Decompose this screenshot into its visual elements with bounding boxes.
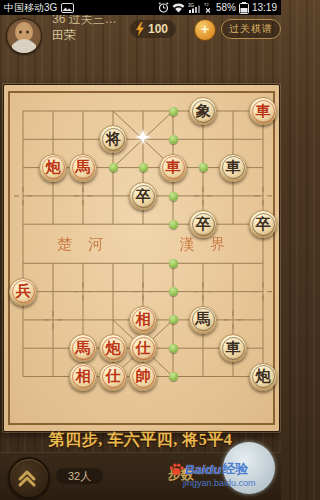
move-dot[interactable] <box>169 287 178 296</box>
move-dot[interactable] <box>169 220 178 229</box>
status-bar: 中国移动3G 3G T2 58% <box>0 0 281 15</box>
piece-red-相[interactable]: 相 <box>129 306 157 334</box>
piece-red-車[interactable]: 車 <box>249 97 277 125</box>
move-dot[interactable] <box>199 163 208 172</box>
move-dot[interactable] <box>169 107 178 116</box>
piece-black-炮[interactable]: 炮 <box>249 363 277 391</box>
piece-red-相[interactable]: 相 <box>69 363 97 391</box>
piece-red-仕[interactable]: 仕 <box>129 334 157 362</box>
move-dot[interactable] <box>169 344 178 353</box>
piece-black-車[interactable]: 車 <box>219 334 247 362</box>
paw-icon <box>169 462 184 476</box>
piece-red-仕[interactable]: 仕 <box>99 363 127 391</box>
piece-red-車[interactable]: 車 <box>159 154 187 182</box>
add-energy-button[interactable]: + <box>194 19 216 41</box>
piece-black-車[interactable]: 車 <box>219 154 247 182</box>
carrier-label: 中国移动3G <box>4 1 57 15</box>
last-move-sparkle <box>135 129 151 149</box>
energy-value: 100 <box>148 22 168 36</box>
watermark-brand: Baidu <box>185 462 221 477</box>
watermark-url: jingyan.baidu.com <box>183 478 256 488</box>
online-count-badge: 32人 <box>56 468 103 484</box>
xiangqi-board[interactable]: 楚 河漢 界 象車将炮馬車車卒卒卒兵相馬馬炮仕車相仕帥炮 <box>3 84 280 432</box>
svg-text:3G: 3G <box>188 3 195 8</box>
move-dot[interactable] <box>169 372 178 381</box>
piece-black-卒[interactable]: 卒 <box>189 210 217 238</box>
piece-red-帥[interactable]: 帥 <box>129 363 157 391</box>
piece-black-馬[interactable]: 馬 <box>189 306 217 334</box>
alarm-icon <box>158 2 169 13</box>
piece-black-象[interactable]: 象 <box>189 97 217 125</box>
piece-layer: 象車将炮馬車車卒卒卒兵相馬馬炮仕車相仕帥炮 <box>8 97 278 391</box>
piece-red-兵[interactable]: 兵 <box>9 278 37 306</box>
lightning-icon <box>135 22 145 36</box>
move-dot[interactable] <box>169 135 178 144</box>
move-dot[interactable] <box>169 259 178 268</box>
records-button[interactable]: 过关棋谱 <box>221 19 281 39</box>
sim2-off-icon: T2 <box>204 2 213 13</box>
collapse-button[interactable] <box>8 457 50 499</box>
battery-icon <box>239 2 249 14</box>
piece-red-馬[interactable]: 馬 <box>69 334 97 362</box>
avatar-portrait <box>7 19 41 53</box>
move-dot[interactable] <box>169 192 178 201</box>
piece-red-馬[interactable]: 馬 <box>69 154 97 182</box>
energy-badge: 100 <box>130 20 176 38</box>
signal-3g-icon: 3G <box>188 2 201 13</box>
piece-red-炮[interactable]: 炮 <box>99 334 127 362</box>
photo-icon <box>61 3 74 13</box>
move-dot[interactable] <box>169 315 178 324</box>
svg-text:T2: T2 <box>204 2 209 7</box>
move-dot[interactable] <box>139 163 148 172</box>
move-dot[interactable] <box>109 163 118 172</box>
double-chevron-up-icon <box>10 459 44 493</box>
battery-percent: 58% <box>216 2 236 13</box>
wifi-icon <box>172 3 185 13</box>
player-name: 田荣 <box>52 27 76 44</box>
avatar[interactable] <box>6 18 42 54</box>
piece-red-炮[interactable]: 炮 <box>39 154 67 182</box>
header: 36 过关三… 田荣 100 + 过关棋谱 <box>0 15 281 60</box>
watermark-suffix: 经验 <box>222 460 248 478</box>
piece-black-卒[interactable]: 卒 <box>249 210 277 238</box>
watermark: Baidu 经验 jingyan.baidu.com <box>169 452 279 498</box>
piece-black-将[interactable]: 将 <box>99 125 127 153</box>
clock-label: 13:19 <box>252 2 277 13</box>
piece-black-卒[interactable]: 卒 <box>129 182 157 210</box>
